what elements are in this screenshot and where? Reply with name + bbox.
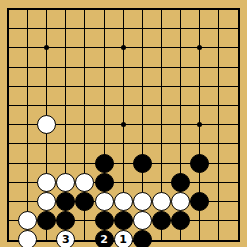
stone-white (56, 173, 75, 192)
stone-black (114, 211, 133, 230)
move-number-label: 2 (100, 234, 108, 245)
stone-black (190, 192, 209, 211)
grid-line-vertical (218, 10, 219, 240)
stone-black (133, 230, 152, 247)
stone-white (18, 230, 37, 247)
stone-black: 2 (95, 230, 114, 247)
stone-white: 3 (56, 230, 75, 247)
stone-black (95, 154, 114, 173)
stone-white (133, 211, 152, 230)
go-diagram: 321 (0, 0, 247, 247)
stone-white: 1 (114, 230, 133, 247)
star-point (121, 122, 126, 127)
stone-white (114, 192, 133, 211)
stone-white (171, 192, 190, 211)
stone-white (95, 192, 114, 211)
stone-white (133, 192, 152, 211)
stone-black (171, 173, 190, 192)
stone-white (152, 192, 171, 211)
stone-black (95, 173, 114, 192)
grid-line-horizontal (9, 143, 238, 144)
stone-black (133, 154, 152, 173)
move-number-label: 3 (62, 234, 70, 245)
stone-black (190, 154, 209, 173)
stone-white (37, 173, 56, 192)
move-number-label: 1 (119, 234, 127, 245)
stone-black (95, 211, 114, 230)
stone-black (152, 211, 171, 230)
stone-black (171, 211, 190, 230)
